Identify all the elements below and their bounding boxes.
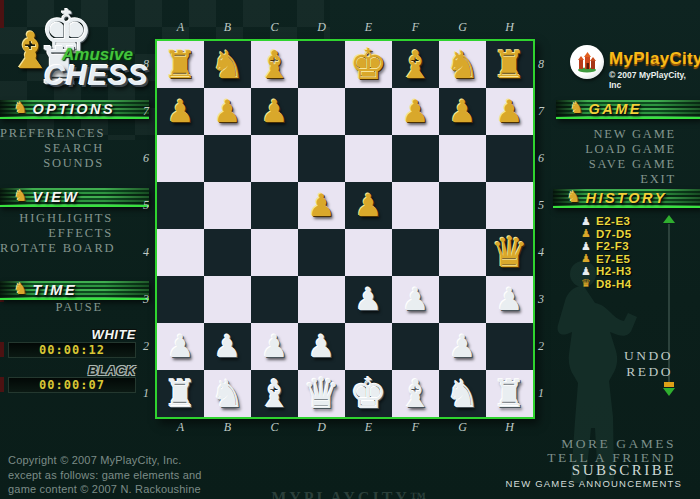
square-c2[interactable]: ♟	[251, 323, 298, 370]
file-labels-bottom: ABCDEFGH	[157, 420, 533, 435]
square-f7[interactable]: ♟	[392, 88, 439, 135]
history-move-label: D7-D5	[596, 228, 632, 240]
white-pawn-f3[interactable]: ♟	[402, 284, 430, 315]
options-menu: PREFERENCESSEARCHSOUNDS	[0, 126, 104, 171]
square-a6[interactable]	[157, 135, 204, 182]
file-label-g: G	[439, 20, 486, 35]
rank-label-5: 5	[140, 182, 152, 229]
history-move-e7-e5: ♟E7-E5	[581, 253, 632, 266]
black-knight-g8[interactable]: ♞	[445, 46, 479, 84]
square-g5[interactable]	[439, 182, 486, 229]
myplaycity-logo[interactable]: MyPlayCity © 2007 MyPlayCity, Inc	[568, 43, 700, 85]
white-pawn-e3[interactable]: ♟	[355, 284, 383, 315]
file-label-f: F	[392, 20, 439, 35]
file-label-e: E	[345, 420, 392, 435]
black-pawn-e5[interactable]: ♟	[355, 190, 383, 221]
square-a1[interactable]: ♜	[157, 370, 204, 417]
square-e3[interactable]: ♟	[345, 276, 392, 323]
black-queen-h4[interactable]: ♛	[491, 232, 529, 274]
rank-label-3: 3	[140, 276, 152, 323]
white-queen-d1[interactable]: ♛	[303, 373, 341, 415]
rank-label-3: 3	[535, 276, 547, 323]
square-d1[interactable]: ♛	[298, 370, 345, 417]
history-move-f2-f3: ♟F2-F3	[581, 240, 632, 253]
rank-label-1: 1	[140, 370, 152, 417]
rank-label-4: 4	[140, 229, 152, 276]
square-c6[interactable]	[251, 135, 298, 182]
rank-label-1: 1	[535, 370, 547, 417]
time-menu: PAUSE	[0, 300, 103, 315]
file-label-f: F	[392, 420, 439, 435]
white-pawn-d2[interactable]: ♟	[308, 331, 336, 362]
square-e8[interactable]: ♚	[345, 41, 392, 88]
square-e6[interactable]	[345, 135, 392, 182]
white-pawn-icon: ♟	[581, 266, 591, 277]
file-label-b: B	[204, 20, 251, 35]
white-king-e1[interactable]: ♚	[350, 373, 388, 415]
white-rook-h1[interactable]: ♜	[492, 375, 526, 413]
options-section-header: ♞ OPTIONS	[0, 100, 149, 119]
square-d4[interactable]	[298, 229, 345, 276]
file-label-d: D	[298, 20, 345, 35]
square-c1[interactable]: ♝	[251, 370, 298, 417]
history-move-label: E2-E3	[596, 215, 630, 227]
black-rook-h8[interactable]: ♜	[492, 46, 526, 84]
redo-button[interactable]: REDO	[560, 364, 673, 380]
square-e4[interactable]	[345, 229, 392, 276]
new-games-announcements-link[interactable]: NEW GAMES ANNOUNCEMENTS	[480, 478, 682, 489]
square-b6[interactable]	[204, 135, 251, 182]
white-pawn-b2[interactable]: ♟	[214, 331, 242, 362]
square-e5[interactable]: ♟	[345, 182, 392, 229]
square-g4[interactable]	[439, 229, 486, 276]
history-move-e2-e3: ♟E2-E3	[581, 215, 632, 228]
rank-labels-left: 87654321	[140, 41, 152, 417]
white-pawn-g2[interactable]: ♟	[449, 331, 477, 362]
square-h2[interactable]	[486, 323, 533, 370]
history-scroll-down-icon[interactable]	[663, 388, 675, 396]
black-rook-a8[interactable]: ♜	[163, 46, 197, 84]
game-section-header: ♞ GAME	[556, 100, 700, 119]
square-h6[interactable]	[486, 135, 533, 182]
square-h8[interactable]: ♜	[486, 41, 533, 88]
square-h4[interactable]: ♛	[486, 229, 533, 276]
square-h7[interactable]: ♟	[486, 88, 533, 135]
menu-item-search[interactable]: SEARCH	[0, 141, 104, 156]
white-clock-display: 00:00:12	[8, 342, 136, 358]
square-f8[interactable]: ♝	[392, 41, 439, 88]
square-a3[interactable]	[157, 276, 204, 323]
history-move-d7-d5: ♟D7-D5	[581, 228, 632, 241]
decor-red-cap	[0, 377, 4, 392]
square-f4[interactable]	[392, 229, 439, 276]
file-label-e: E	[345, 20, 392, 35]
rank-label-5: 5	[535, 182, 547, 229]
black-knight-b8[interactable]: ♞	[210, 46, 244, 84]
black-pawn-icon: ♟	[581, 253, 591, 264]
file-label-h: H	[486, 20, 533, 35]
history-move-label: H2-H3	[596, 265, 632, 277]
decor-red-cap	[0, 342, 4, 357]
history-scroll-up-icon[interactable]	[663, 215, 675, 223]
view-menu: HIGHLIGHTSEFFECTSROTATE BOARD	[0, 211, 113, 256]
menu-item-rotate-board[interactable]: ROTATE BOARD	[0, 241, 113, 256]
square-g8[interactable]: ♞	[439, 41, 486, 88]
copyright-line: except as follows: game elements and	[8, 468, 202, 483]
black-pawn-b7[interactable]: ♟	[214, 96, 242, 127]
knight-icon: ♞	[14, 101, 27, 116]
black-pawn-h7[interactable]: ♟	[496, 96, 524, 127]
rank-label-2: 2	[535, 323, 547, 370]
menu-item-exit[interactable]: EXIT	[545, 172, 676, 187]
square-c8[interactable]: ♝	[251, 41, 298, 88]
file-label-c: C	[251, 20, 298, 35]
square-d2[interactable]: ♟	[298, 323, 345, 370]
myplaycity-castle-icon	[570, 45, 604, 79]
square-c4[interactable]	[251, 229, 298, 276]
undo-button[interactable]: UNDO	[560, 348, 673, 364]
time-header-label: TIME	[32, 282, 77, 298]
white-bishop-c1[interactable]: ♝	[257, 375, 291, 413]
white-rook-a1[interactable]: ♜	[163, 375, 197, 413]
copyright-line: game content © 2007 N. Rackoushine	[8, 482, 202, 497]
menu-item-preferences[interactable]: PREFERENCES	[0, 126, 104, 141]
square-b8[interactable]: ♞	[204, 41, 251, 88]
knight-icon: ♞	[567, 190, 580, 205]
history-header-label: HISTORY	[585, 190, 666, 206]
square-e7[interactable]	[345, 88, 392, 135]
subscribe-link[interactable]: SUBSCRIBE	[480, 462, 676, 479]
square-a4[interactable]	[157, 229, 204, 276]
knight-icon: ♞	[14, 282, 27, 297]
history-move-label: E7-E5	[596, 253, 630, 265]
black-king-e8[interactable]: ♚	[350, 44, 388, 86]
square-e2[interactable]	[345, 323, 392, 370]
square-c5[interactable]	[251, 182, 298, 229]
white-pawn-icon: ♟	[581, 241, 591, 252]
rank-label-2: 2	[140, 323, 152, 370]
file-label-h: H	[486, 420, 533, 435]
black-clock-display: 00:00:07	[8, 377, 136, 393]
history-move-label: D8-H4	[596, 278, 632, 290]
square-f2[interactable]	[392, 323, 439, 370]
square-g7[interactable]: ♟	[439, 88, 486, 135]
square-g6[interactable]	[439, 135, 486, 182]
square-d3[interactable]	[298, 276, 345, 323]
knight-icon: ♞	[14, 189, 27, 204]
square-g2[interactable]: ♟	[439, 323, 486, 370]
square-b2[interactable]: ♟	[204, 323, 251, 370]
file-label-g: G	[439, 420, 486, 435]
square-g3[interactable]	[439, 276, 486, 323]
history-scroll-thumb[interactable]	[664, 382, 674, 387]
history-move-label: F2-F3	[596, 240, 629, 252]
rank-label-6: 6	[140, 135, 152, 182]
white-knight-g1[interactable]: ♞	[445, 375, 479, 413]
square-b5[interactable]	[204, 182, 251, 229]
menu-item-pause[interactable]: PAUSE	[0, 300, 103, 315]
square-a8[interactable]: ♜	[157, 41, 204, 88]
history-move-list: ♟E2-E3♟D7-D5♟F2-F3♟E7-E5♟H2-H3♛D8-H4	[581, 215, 632, 290]
file-label-d: D	[298, 420, 345, 435]
square-g1[interactable]: ♞	[439, 370, 486, 417]
square-f6[interactable]	[392, 135, 439, 182]
rank-label-8: 8	[535, 41, 547, 88]
black-clock-label: BLACK	[0, 363, 136, 378]
square-a5[interactable]	[157, 182, 204, 229]
file-label-a: A	[157, 20, 204, 35]
knight-icon: ♞	[570, 101, 583, 116]
square-d5[interactable]: ♟	[298, 182, 345, 229]
square-e1[interactable]: ♚	[345, 370, 392, 417]
rank-label-7: 7	[140, 88, 152, 135]
square-c7[interactable]: ♟	[251, 88, 298, 135]
copyright-line: Copyright © 2007 MyPlayCity, Inc.	[8, 453, 202, 468]
square-h5[interactable]	[486, 182, 533, 229]
white-pawn-icon: ♟	[581, 216, 591, 227]
black-bishop-c8[interactable]: ♝	[257, 46, 291, 84]
menu-item-new-game[interactable]: NEW GAME	[545, 127, 676, 142]
myplaycity-tagline: © 2007 MyPlayCity, Inc	[609, 70, 700, 90]
file-label-c: C	[251, 420, 298, 435]
black-pawn-d5[interactable]: ♟	[308, 190, 336, 221]
history-section-header: ♞ HISTORY	[553, 189, 700, 208]
chess-board: ♜♞♝♚♝♞♜♟♟♟♟♟♟♟♟♛♟♟♟♟♟♟♟♟♜♞♝♛♚♝♞♜	[155, 39, 535, 419]
menu-item-sounds[interactable]: SOUNDS	[0, 156, 104, 171]
square-f1[interactable]: ♝	[392, 370, 439, 417]
white-clock-label: WHITE	[0, 327, 136, 342]
options-header-label: OPTIONS	[32, 101, 115, 117]
square-d7[interactable]	[298, 88, 345, 135]
white-bishop-f1[interactable]: ♝	[398, 375, 432, 413]
square-h1[interactable]: ♜	[486, 370, 533, 417]
watermark-text: MYPLAYCITY™	[225, 489, 475, 499]
rank-labels-right: 87654321	[535, 41, 547, 417]
square-b3[interactable]	[204, 276, 251, 323]
black-pawn-a7[interactable]: ♟	[167, 96, 195, 127]
square-a7[interactable]: ♟	[157, 88, 204, 135]
menu-item-save-game[interactable]: SAVE GAME	[545, 157, 676, 172]
square-f5[interactable]	[392, 182, 439, 229]
black-pawn-icon: ♟	[581, 228, 591, 239]
view-section-header: ♞ VIEW	[0, 188, 149, 207]
game-header-label: GAME	[588, 101, 642, 117]
file-labels-top: ABCDEFGH	[157, 20, 533, 35]
black-bishop-f8[interactable]: ♝	[398, 46, 432, 84]
app-window: ♚ ♝ ♜ Amusive CHESS ♞ OPTIONS PREFERENCE…	[0, 0, 700, 499]
app-logo: ♚ ♝ ♜ Amusive CHESS	[0, 0, 152, 96]
menu-item-load-game[interactable]: LOAD GAME	[545, 142, 676, 157]
menu-item-highlights[interactable]: HIGHLIGHTS	[0, 211, 113, 226]
black-pawn-f7[interactable]: ♟	[402, 96, 430, 127]
square-b7[interactable]: ♟	[204, 88, 251, 135]
white-pawn-a2[interactable]: ♟	[167, 331, 195, 362]
square-d6[interactable]	[298, 135, 345, 182]
white-pawn-h3[interactable]: ♟	[496, 284, 524, 315]
copyright-notice: Copyright © 2007 MyPlayCity, Inc. except…	[8, 453, 202, 497]
file-label-b: B	[204, 420, 251, 435]
white-knight-b1[interactable]: ♞	[210, 375, 244, 413]
app-title-main: CHESS	[44, 59, 149, 92]
square-d8[interactable]	[298, 41, 345, 88]
black-pawn-g7[interactable]: ♟	[449, 96, 477, 127]
square-b4[interactable]	[204, 229, 251, 276]
file-label-a: A	[157, 420, 204, 435]
white-pawn-c2[interactable]: ♟	[261, 331, 289, 362]
black-pawn-c7[interactable]: ♟	[261, 96, 289, 127]
time-section-header: ♞ TIME	[0, 281, 149, 300]
history-move-h2-h3: ♟H2-H3	[581, 265, 632, 278]
game-menu: NEW GAMELOAD GAMESAVE GAMEEXIT	[545, 127, 676, 187]
square-a2[interactable]: ♟	[157, 323, 204, 370]
square-c3[interactable]	[251, 276, 298, 323]
square-b1[interactable]: ♞	[204, 370, 251, 417]
square-h3[interactable]: ♟	[486, 276, 533, 323]
history-move-d8-h4: ♛D8-H4	[581, 278, 632, 291]
view-header-label: VIEW	[32, 189, 79, 205]
menu-item-effects[interactable]: EFFECTS	[0, 226, 113, 241]
square-f3[interactable]: ♟	[392, 276, 439, 323]
black-queen-icon: ♛	[581, 278, 591, 289]
rank-label-4: 4	[535, 229, 547, 276]
myplaycity-name: MyPlayCity	[609, 49, 700, 69]
